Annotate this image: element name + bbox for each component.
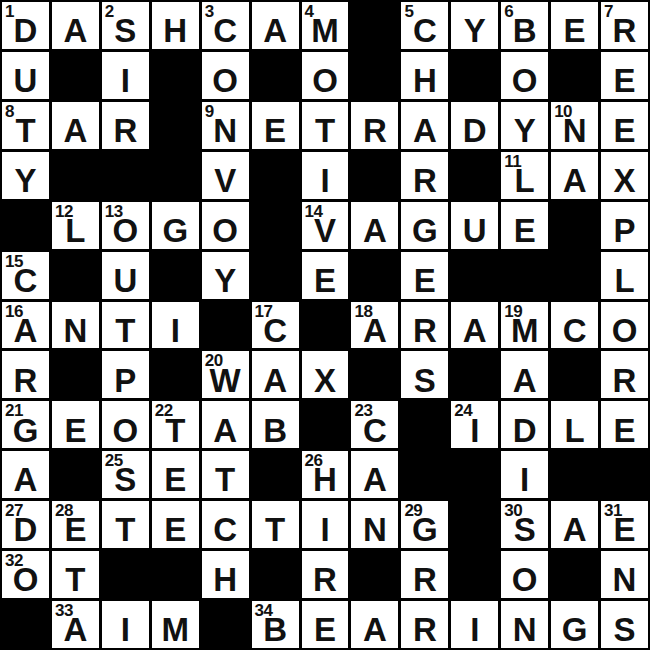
block-cell [152,351,199,398]
cell-letter: N [501,613,548,646]
cell-letter: E [501,213,548,246]
letter-cell[interactable]: H [152,2,199,49]
cell-letter: P [102,363,149,396]
block-cell [252,551,299,598]
letter-cell[interactable]: T [302,102,349,149]
letter-cell[interactable]: A [2,451,49,498]
letter-cell[interactable]: E [501,202,548,249]
letter-cell[interactable]: 5C [401,2,448,49]
cell-letter: B [252,413,299,446]
cell-letter: I [302,513,349,546]
letter-cell[interactable]: 2S [102,2,149,49]
block-cell [152,551,199,598]
letter-cell[interactable]: E [551,2,598,49]
cell-letter: X [302,363,349,396]
block-cell [252,451,299,498]
block-cell [351,152,398,199]
cell-letter: A [52,14,99,47]
cell-letter: B [252,613,299,646]
cell-letter: A [351,313,398,346]
cell-letter: A [2,313,49,346]
letter-cell[interactable]: T [102,302,149,349]
letter-cell[interactable]: 29G [401,501,448,548]
letter-cell[interactable]: E [252,102,299,149]
letter-cell[interactable]: 21G [2,401,49,448]
block-cell [451,551,498,598]
block-cell [551,52,598,99]
letter-cell[interactable]: O [501,551,548,598]
letter-cell[interactable]: O [202,52,249,99]
letter-cell[interactable]: 28E [52,501,99,548]
cell-letter: E [302,613,349,646]
cell-letter: I [451,613,498,646]
cell-letter: R [302,563,349,596]
cell-letter: E [601,64,648,97]
cell-letter: E [601,413,648,446]
cell-letter: O [302,64,349,97]
letter-cell[interactable]: O [601,302,648,349]
block-cell [551,202,598,249]
letter-cell[interactable]: A [501,351,548,398]
cell-letter: A [401,113,448,146]
cell-letter: T [252,513,299,546]
letter-cell[interactable]: D [501,401,548,448]
cell-letter: Y [202,263,249,296]
cell-letter: N [202,113,249,146]
letter-cell[interactable]: 24I [451,401,498,448]
letter-cell[interactable]: Y [451,2,498,49]
cell-letter: T [102,513,149,546]
letter-cell[interactable]: G [152,202,199,249]
cell-letter: E [601,113,648,146]
letter-cell[interactable]: I [501,451,548,498]
letter-cell[interactable]: 19M [501,302,548,349]
cell-letter: D [2,513,49,546]
letter-cell[interactable]: A [202,401,249,448]
letter-cell[interactable]: T [252,501,299,548]
letter-cell[interactable]: T [102,501,149,548]
cell-letter: S [601,613,648,646]
cell-letter: R [351,113,398,146]
cell-letter: D [501,413,548,446]
letter-cell[interactable]: P [102,351,149,398]
block-cell [451,501,498,548]
cell-letter: E [52,513,99,546]
letter-cell[interactable]: P [601,202,648,249]
letter-cell[interactable]: I [102,601,149,648]
block-cell [451,52,498,99]
block-cell [202,601,249,648]
letter-cell[interactable]: 34B [252,601,299,648]
block-cell [52,451,99,498]
letter-cell[interactable]: 20W [202,351,249,398]
cell-letter: O [2,563,49,596]
letter-cell[interactable]: E [152,501,199,548]
cell-letter: M [501,313,548,346]
cell-letter: I [302,163,349,196]
letter-cell[interactable]: R [102,102,149,149]
block-cell [451,351,498,398]
cell-letter: L [601,263,648,296]
cell-letter: V [302,213,349,246]
letter-cell[interactable]: R [302,551,349,598]
cell-letter: Y [2,163,49,196]
cell-letter: U [451,213,498,246]
cell-letter: T [302,113,349,146]
cell-letter: T [152,413,199,446]
cell-letter: R [401,163,448,196]
letter-cell[interactable]: 18A [351,302,398,349]
block-cell [451,451,498,498]
cell-letter: V [202,163,249,196]
letter-cell[interactable]: G [551,601,598,648]
letter-cell[interactable]: L [601,252,648,299]
letter-cell[interactable]: 31E [601,501,648,548]
cell-letter: R [601,14,648,47]
letter-cell[interactable]: 25S [102,451,149,498]
cell-letter: E [302,263,349,296]
block-cell [351,2,398,49]
letter-cell[interactable]: 3C [202,2,249,49]
letter-cell[interactable]: E [601,102,648,149]
letter-cell[interactable]: A [551,501,598,548]
cell-letter: A [451,313,498,346]
letter-cell[interactable]: N [601,551,648,598]
letter-cell[interactable]: U [451,202,498,249]
letter-cell[interactable]: L [551,401,598,448]
letter-cell[interactable]: A [252,2,299,49]
letter-cell[interactable]: E [52,401,99,448]
cell-letter: D [2,14,49,47]
cell-letter: I [102,64,149,97]
cell-letter: R [102,113,149,146]
letter-cell[interactable]: A [351,601,398,648]
cell-letter: G [401,513,448,546]
letter-cell[interactable]: V [202,152,249,199]
cell-letter: U [2,64,49,97]
block-cell [152,252,199,299]
cell-letter: N [601,563,648,596]
cell-letter: N [52,313,99,346]
letter-cell[interactable]: S [401,351,448,398]
letter-cell[interactable]: 22T [152,401,199,448]
letter-cell[interactable]: E [601,401,648,448]
block-cell [551,451,598,498]
block-cell [451,252,498,299]
cell-letter: H [202,563,249,596]
cell-letter: A [351,463,398,496]
letter-cell[interactable]: 12L [52,202,99,249]
cell-letter: Y [451,14,498,47]
cell-letter: R [2,363,49,396]
cell-letter: L [501,163,548,196]
letter-cell[interactable]: I [302,152,349,199]
letter-cell[interactable]: A [252,351,299,398]
cell-letter: T [52,563,99,596]
cell-letter: C [2,263,49,296]
block-cell [102,152,149,199]
letter-cell[interactable]: O [102,401,149,448]
cell-letter: O [202,213,249,246]
letter-cell[interactable]: N [351,501,398,548]
cell-letter: A [52,613,99,646]
letter-cell[interactable]: 26H [302,451,349,498]
cell-letter: R [401,613,448,646]
letter-cell[interactable]: A [52,2,99,49]
cell-letter: L [551,413,598,446]
cell-letter: G [152,213,199,246]
cell-letter: T [102,313,149,346]
letter-cell[interactable]: 1D [2,2,49,49]
letter-cell[interactable]: R [401,601,448,648]
block-cell [601,451,648,498]
cell-letter: B [501,14,548,47]
letter-cell[interactable]: U [2,52,49,99]
block-cell [401,451,448,498]
block-cell [551,351,598,398]
letter-cell[interactable]: A [551,152,598,199]
cell-letter: E [152,513,199,546]
letter-cell[interactable]: A [401,102,448,149]
letter-cell[interactable]: A [351,451,398,498]
letter-cell[interactable]: 27D [2,501,49,548]
cell-letter: N [351,513,398,546]
cell-letter: S [501,513,548,546]
block-cell [351,52,398,99]
letter-cell[interactable]: 4M [302,2,349,49]
cell-letter: L [52,213,99,246]
cell-letter: A [202,413,249,446]
block-cell [152,52,199,99]
letter-cell[interactable]: A [451,302,498,349]
cell-letter: E [601,513,648,546]
block-cell [52,52,99,99]
cell-letter: C [202,513,249,546]
letter-cell[interactable]: U [102,252,149,299]
crossword-grid: 1DA2SH3CA4M5CY6BE7RUIOOHOE8TAR9NETRADY10… [0,0,650,650]
letter-cell[interactable]: E [302,601,349,648]
cell-letter: G [2,413,49,446]
letter-cell[interactable]: Y [501,102,548,149]
block-cell [2,601,49,648]
cell-letter: R [401,313,448,346]
letter-cell[interactable]: 33A [52,601,99,648]
letter-cell[interactable]: 32O [2,551,49,598]
cell-letter: A [351,213,398,246]
cell-letter: A [551,513,598,546]
letter-cell[interactable]: G [401,202,448,249]
letter-cell[interactable]: O [202,202,249,249]
letter-cell[interactable]: E [601,52,648,99]
block-cell [102,551,149,598]
letter-cell[interactable]: 23C [351,401,398,448]
letter-cell[interactable]: D [451,102,498,149]
letter-cell[interactable]: I [102,52,149,99]
cell-letter: S [401,363,448,396]
letter-cell[interactable]: H [202,551,249,598]
letter-cell[interactable]: R [601,351,648,398]
cell-letter: U [102,263,149,296]
block-cell [252,152,299,199]
block-cell [252,52,299,99]
cell-letter: S [102,14,149,47]
cell-letter: R [601,363,648,396]
letter-cell[interactable]: I [302,501,349,548]
cell-letter: I [102,613,149,646]
cell-letter: E [401,263,448,296]
cell-letter: C [202,14,249,47]
cell-letter: O [501,563,548,596]
block-cell [52,351,99,398]
block-cell [451,152,498,199]
letter-cell[interactable]: 13O [102,202,149,249]
cell-letter: Y [501,113,548,146]
block-cell [351,551,398,598]
cell-letter: P [601,213,648,246]
letter-cell[interactable]: T [202,451,249,498]
cell-letter: A [2,463,49,496]
letter-cell[interactable]: 9N [202,102,249,149]
letter-cell[interactable]: C [551,302,598,349]
letter-cell[interactable]: 7R [601,2,648,49]
block-cell [302,401,349,448]
cell-letter: E [551,14,598,47]
cell-letter: O [601,313,648,346]
letter-cell[interactable]: 6B [501,2,548,49]
letter-cell[interactable]: T [52,551,99,598]
cell-letter: C [351,413,398,446]
letter-cell[interactable]: A [52,102,99,149]
cell-letter: A [351,613,398,646]
letter-cell[interactable]: Y [202,252,249,299]
cell-letter: T [2,113,49,146]
letter-cell[interactable]: X [601,152,648,199]
letter-cell[interactable]: I [451,601,498,648]
block-cell [551,551,598,598]
cell-letter: E [152,463,199,496]
block-cell [2,202,49,249]
letter-cell[interactable]: E [401,252,448,299]
cell-letter: A [252,363,299,396]
cell-letter: H [401,64,448,97]
letter-cell[interactable]: N [501,601,548,648]
cell-letter: O [501,64,548,97]
block-cell [252,252,299,299]
letter-cell[interactable]: C [202,501,249,548]
cell-letter: C [252,313,299,346]
cell-letter: A [551,163,598,196]
cell-letter: D [451,113,498,146]
block-cell [501,252,548,299]
cell-letter: H [302,463,349,496]
block-cell [351,252,398,299]
letter-cell[interactable]: X [302,351,349,398]
cell-letter: A [501,363,548,396]
letter-cell[interactable]: R [2,351,49,398]
cell-letter: O [102,213,149,246]
letter-cell[interactable]: E [302,252,349,299]
cell-letter: T [202,463,249,496]
cell-letter: A [252,14,299,47]
letter-cell[interactable]: E [152,451,199,498]
letter-cell[interactable]: B [252,401,299,448]
letter-cell[interactable]: N [52,302,99,349]
letter-cell[interactable]: R [401,551,448,598]
letter-cell[interactable]: 15C [2,252,49,299]
block-cell [302,302,349,349]
block-cell [202,302,249,349]
cell-letter: H [152,14,199,47]
letter-cell[interactable]: M [152,601,199,648]
letter-cell[interactable]: H [401,52,448,99]
cell-letter: N [551,113,598,146]
letter-cell[interactable]: Y [2,152,49,199]
cell-letter: X [601,163,648,196]
cell-letter: M [152,613,199,646]
letter-cell[interactable]: R [401,302,448,349]
cell-letter: W [202,363,249,396]
block-cell [551,252,598,299]
cell-letter: A [52,113,99,146]
block-cell [152,152,199,199]
cell-letter: G [401,213,448,246]
cell-letter: O [202,64,249,97]
letter-cell[interactable]: 11L [501,152,548,199]
cell-letter: C [551,313,598,346]
letter-cell[interactable]: O [501,52,548,99]
cell-letter: E [52,413,99,446]
cell-letter: R [401,563,448,596]
cell-letter: C [401,14,448,47]
cell-letter: O [102,413,149,446]
letter-cell[interactable]: 16A [2,302,49,349]
block-cell [351,351,398,398]
letter-cell[interactable]: S [601,601,648,648]
cell-letter: S [102,463,149,496]
letter-cell[interactable]: 30S [501,501,548,548]
cell-letter: E [252,113,299,146]
letter-cell[interactable]: 8T [2,102,49,149]
letter-cell[interactable]: R [351,102,398,149]
letter-cell[interactable]: A [351,202,398,249]
letter-cell[interactable]: I [152,302,199,349]
block-cell [52,252,99,299]
block-cell [52,152,99,199]
letter-cell[interactable]: 17C [252,302,299,349]
block-cell [252,202,299,249]
letter-cell[interactable]: 10N [551,102,598,149]
letter-cell[interactable]: O [302,52,349,99]
cell-letter: I [501,463,548,496]
cell-letter: I [451,413,498,446]
block-cell [401,401,448,448]
letter-cell[interactable]: R [401,152,448,199]
letter-cell[interactable]: 14V [302,202,349,249]
block-cell [152,102,199,149]
cell-letter: G [551,613,598,646]
cell-letter: I [152,313,199,346]
cell-letter: M [302,14,349,47]
